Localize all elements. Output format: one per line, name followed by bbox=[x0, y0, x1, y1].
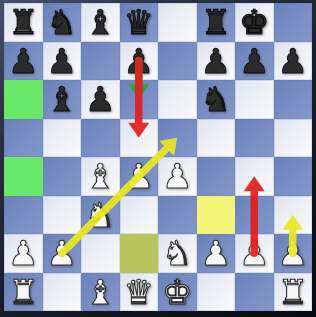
square-f5[interactable] bbox=[197, 119, 236, 158]
black-rook[interactable]: ♜ bbox=[197, 3, 236, 42]
square-g8[interactable]: ♚ bbox=[235, 3, 274, 42]
square-a5[interactable] bbox=[4, 119, 43, 158]
white-queen[interactable]: ♛ bbox=[120, 273, 159, 312]
white-pawn[interactable]: ♟ bbox=[4, 234, 43, 273]
square-d7[interactable]: ♟ bbox=[120, 42, 159, 81]
black-pawn[interactable]: ♟ bbox=[235, 42, 274, 81]
square-e2[interactable]: ♞ bbox=[158, 234, 197, 273]
square-a2[interactable]: ♟ bbox=[4, 234, 43, 273]
highlight-green-a6 bbox=[4, 80, 43, 119]
square-c3[interactable]: ♞ bbox=[81, 196, 120, 235]
square-b6[interactable]: ♝ bbox=[43, 80, 82, 119]
white-pawn[interactable]: ♟ bbox=[43, 234, 82, 273]
square-c5[interactable] bbox=[81, 119, 120, 158]
square-b3[interactable] bbox=[43, 196, 82, 235]
highlight-yellow-f3 bbox=[197, 196, 236, 235]
square-b5[interactable] bbox=[43, 119, 82, 158]
chess-board: ♜♞♝♛♜♚♟♟♟♟♟♟♝♟♞♝♟♟♞♟♟♞♟♟♟♜♝♛♚♜ bbox=[4, 3, 312, 311]
square-a1[interactable]: ♜ bbox=[4, 273, 43, 312]
square-h7[interactable]: ♟ bbox=[274, 42, 313, 81]
square-b7[interactable]: ♟ bbox=[43, 42, 82, 81]
black-pawn[interactable]: ♟ bbox=[4, 42, 43, 81]
black-queen[interactable]: ♛ bbox=[120, 3, 159, 42]
square-b4[interactable] bbox=[43, 157, 82, 196]
square-h1[interactable]: ♜ bbox=[274, 273, 313, 312]
white-pawn[interactable]: ♟ bbox=[158, 157, 197, 196]
square-e4[interactable]: ♟ bbox=[158, 157, 197, 196]
square-a8[interactable]: ♜ bbox=[4, 3, 43, 42]
black-pawn[interactable]: ♟ bbox=[120, 42, 159, 81]
black-pawn[interactable]: ♟ bbox=[274, 42, 313, 81]
black-king[interactable]: ♚ bbox=[235, 3, 274, 42]
square-d6[interactable] bbox=[120, 80, 159, 119]
highlight-green-a4 bbox=[4, 157, 43, 196]
square-e1[interactable]: ♚ bbox=[158, 273, 197, 312]
square-a4[interactable] bbox=[4, 157, 43, 196]
square-c7[interactable] bbox=[81, 42, 120, 81]
square-c1[interactable]: ♝ bbox=[81, 273, 120, 312]
white-bishop[interactable]: ♝ bbox=[81, 273, 120, 312]
square-a3[interactable] bbox=[4, 196, 43, 235]
square-c8[interactable]: ♝ bbox=[81, 3, 120, 42]
square-c4[interactable]: ♝ bbox=[81, 157, 120, 196]
square-c6[interactable]: ♟ bbox=[81, 80, 120, 119]
white-bishop[interactable]: ♝ bbox=[81, 157, 120, 196]
square-a7[interactable]: ♟ bbox=[4, 42, 43, 81]
square-d5[interactable] bbox=[120, 119, 159, 158]
square-f7[interactable]: ♟ bbox=[197, 42, 236, 81]
white-knight[interactable]: ♞ bbox=[81, 196, 120, 235]
black-pawn[interactable]: ♟ bbox=[197, 42, 236, 81]
square-h2[interactable]: ♟ bbox=[274, 234, 313, 273]
square-h4[interactable] bbox=[274, 157, 313, 196]
square-c2[interactable] bbox=[81, 234, 120, 273]
white-rook[interactable]: ♜ bbox=[274, 273, 313, 312]
square-d1[interactable]: ♛ bbox=[120, 273, 159, 312]
square-g1[interactable] bbox=[235, 273, 274, 312]
square-g6[interactable] bbox=[235, 80, 274, 119]
square-g3[interactable] bbox=[235, 196, 274, 235]
square-d2[interactable] bbox=[120, 234, 159, 273]
black-pawn[interactable]: ♟ bbox=[81, 80, 120, 119]
square-e5[interactable] bbox=[158, 119, 197, 158]
white-king[interactable]: ♚ bbox=[158, 273, 197, 312]
square-f4[interactable] bbox=[197, 157, 236, 196]
square-e3[interactable] bbox=[158, 196, 197, 235]
square-g5[interactable] bbox=[235, 119, 274, 158]
square-h8[interactable] bbox=[274, 3, 313, 42]
square-f8[interactable]: ♜ bbox=[197, 3, 236, 42]
square-b8[interactable]: ♞ bbox=[43, 3, 82, 42]
square-f1[interactable] bbox=[197, 273, 236, 312]
square-e7[interactable] bbox=[158, 42, 197, 81]
white-pawn[interactable]: ♟ bbox=[197, 234, 236, 273]
square-h6[interactable] bbox=[274, 80, 313, 119]
square-h5[interactable] bbox=[274, 119, 313, 158]
square-g4[interactable] bbox=[235, 157, 274, 196]
black-pawn[interactable]: ♟ bbox=[43, 42, 82, 81]
black-bishop[interactable]: ♝ bbox=[43, 80, 82, 119]
white-pawn[interactable]: ♟ bbox=[274, 234, 313, 273]
chess-board-frame: ♜♞♝♛♜♚♟♟♟♟♟♟♝♟♞♝♟♟♞♟♟♞♟♟♟♜♝♛♚♜ bbox=[0, 0, 316, 317]
square-g2[interactable]: ♟ bbox=[235, 234, 274, 273]
white-pawn[interactable]: ♟ bbox=[235, 234, 274, 273]
square-f2[interactable]: ♟ bbox=[197, 234, 236, 273]
square-e8[interactable] bbox=[158, 3, 197, 42]
black-knight[interactable]: ♞ bbox=[43, 3, 82, 42]
highlight-olive-d2 bbox=[120, 234, 159, 273]
square-d4[interactable]: ♟ bbox=[120, 157, 159, 196]
black-bishop[interactable]: ♝ bbox=[81, 3, 120, 42]
square-g7[interactable]: ♟ bbox=[235, 42, 274, 81]
white-pawn[interactable]: ♟ bbox=[120, 157, 159, 196]
black-rook[interactable]: ♜ bbox=[4, 3, 43, 42]
square-f6[interactable]: ♞ bbox=[197, 80, 236, 119]
square-b1[interactable] bbox=[43, 273, 82, 312]
square-h3[interactable] bbox=[274, 196, 313, 235]
square-d8[interactable]: ♛ bbox=[120, 3, 159, 42]
square-e6[interactable] bbox=[158, 80, 197, 119]
square-a6[interactable] bbox=[4, 80, 43, 119]
square-b2[interactable]: ♟ bbox=[43, 234, 82, 273]
square-f3[interactable] bbox=[197, 196, 236, 235]
white-rook[interactable]: ♜ bbox=[4, 273, 43, 312]
white-knight[interactable]: ♞ bbox=[158, 234, 197, 273]
black-knight[interactable]: ♞ bbox=[197, 80, 236, 119]
square-d3[interactable] bbox=[120, 196, 159, 235]
